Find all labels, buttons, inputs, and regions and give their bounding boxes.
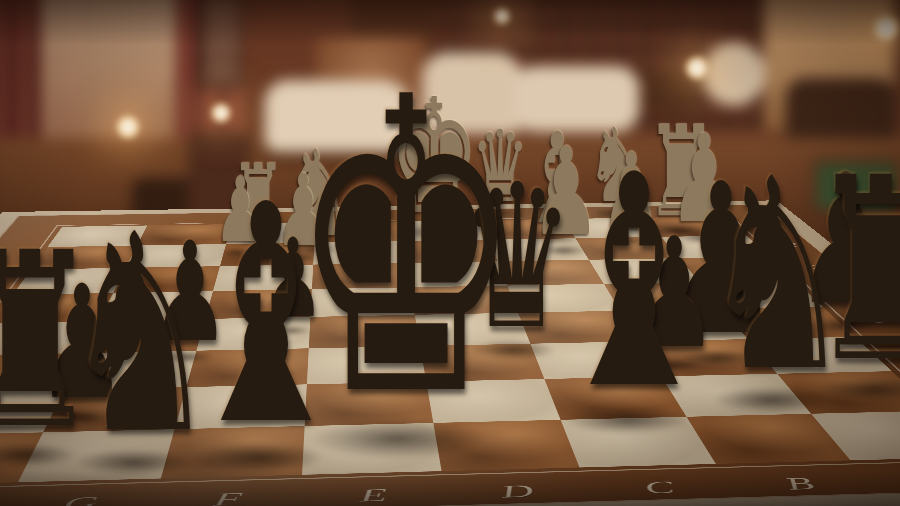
black-knight-g8[interactable]: ♞ <box>62 199 218 472</box>
pieces-layer: ♛♞♜♚♝♟♟♜♞♟♟♟♟♟♟♛♟♟♟♜♞♟♝♚♜♝♞ <box>0 0 900 506</box>
game-scene: HGFEDCBA12345678 ♛♞♜♚♝♟♟♜♞♟♟♟♟♟♟♛♟♟♟♜♞♟♝… <box>0 0 900 506</box>
black-knight-b8[interactable]: ♞ <box>701 144 853 408</box>
black-bishop-c8[interactable]: ♝ <box>550 137 718 430</box>
